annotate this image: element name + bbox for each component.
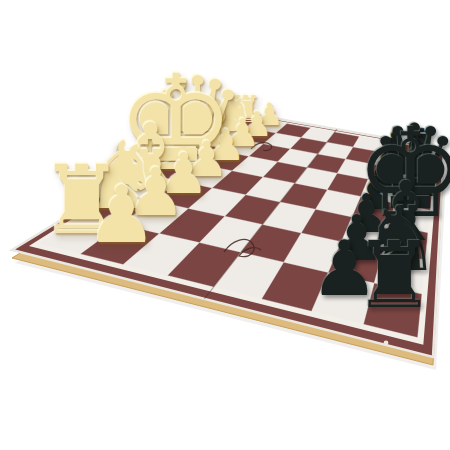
white-pawn: ♟ bbox=[86, 176, 157, 255]
chess-set-photo: ♜♟♞♟♝♟♟♜♛♟♟♞♚♟♟♝♝♟♟♛♞♟♟♚♟♜♝♟♟♞♟♜ bbox=[0, 0, 450, 450]
black-rook: ♜ bbox=[353, 230, 435, 322]
pieces-layer: ♜♟♞♟♝♟♟♜♛♟♟♞♚♟♟♝♝♟♟♛♞♟♟♚♟♜♝♟♟♞♟♜ bbox=[0, 0, 450, 450]
